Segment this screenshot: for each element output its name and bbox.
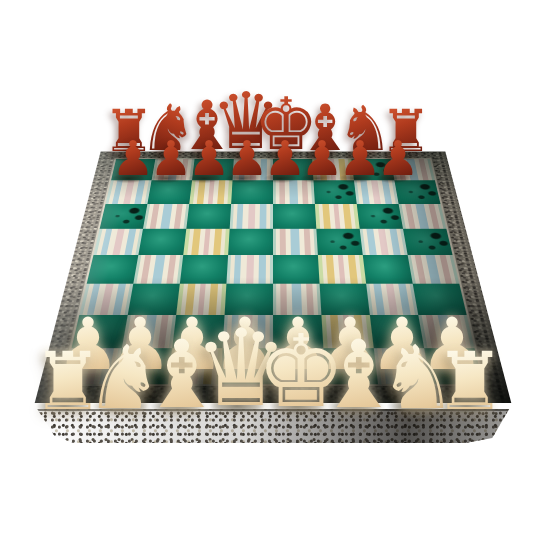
square-e4[interactable] xyxy=(273,255,320,284)
square-h5[interactable] xyxy=(403,229,453,256)
square-b6[interactable] xyxy=(143,204,189,229)
piece-cream-rook-h1[interactable]: ♜ xyxy=(434,342,506,422)
square-h6[interactable] xyxy=(399,204,447,229)
product-photo: ♜♞♝♛♚♝♞♜♟♟♟♟♟♟♟♟♟♟♟♟♟♟♟♟♜♞♝♛♚♝♞♜ xyxy=(0,0,533,533)
square-e6[interactable] xyxy=(273,204,316,229)
square-c4[interactable] xyxy=(180,255,228,284)
square-a6[interactable] xyxy=(100,204,148,229)
square-c5[interactable] xyxy=(183,229,229,256)
square-g5[interactable] xyxy=(360,229,408,256)
piece-red-pawn-h7[interactable]: ♟ xyxy=(376,134,419,182)
piece-red-pawn-a7[interactable]: ♟ xyxy=(111,134,154,182)
square-f6[interactable] xyxy=(315,204,360,229)
piece-red-pawn-d7[interactable]: ♟ xyxy=(225,134,268,182)
square-d6[interactable] xyxy=(230,204,273,229)
square-a5[interactable] xyxy=(93,229,143,256)
square-g4[interactable] xyxy=(363,255,413,284)
square-d5[interactable] xyxy=(228,229,273,256)
square-b4[interactable] xyxy=(133,255,183,284)
square-g6[interactable] xyxy=(357,204,403,229)
piece-red-pawn-f7[interactable]: ♟ xyxy=(300,134,343,182)
piece-red-pawn-b7[interactable]: ♟ xyxy=(149,134,192,182)
square-e5[interactable] xyxy=(273,229,318,256)
piece-red-pawn-c7[interactable]: ♟ xyxy=(187,134,230,182)
square-d4[interactable] xyxy=(226,255,273,284)
square-a4[interactable] xyxy=(87,255,139,284)
square-c6[interactable] xyxy=(186,204,231,229)
square-h4[interactable] xyxy=(408,255,460,284)
piece-red-pawn-g7[interactable]: ♟ xyxy=(338,134,381,182)
square-f4[interactable] xyxy=(318,255,366,284)
square-b5[interactable] xyxy=(138,229,186,256)
square-f5[interactable] xyxy=(316,229,362,256)
